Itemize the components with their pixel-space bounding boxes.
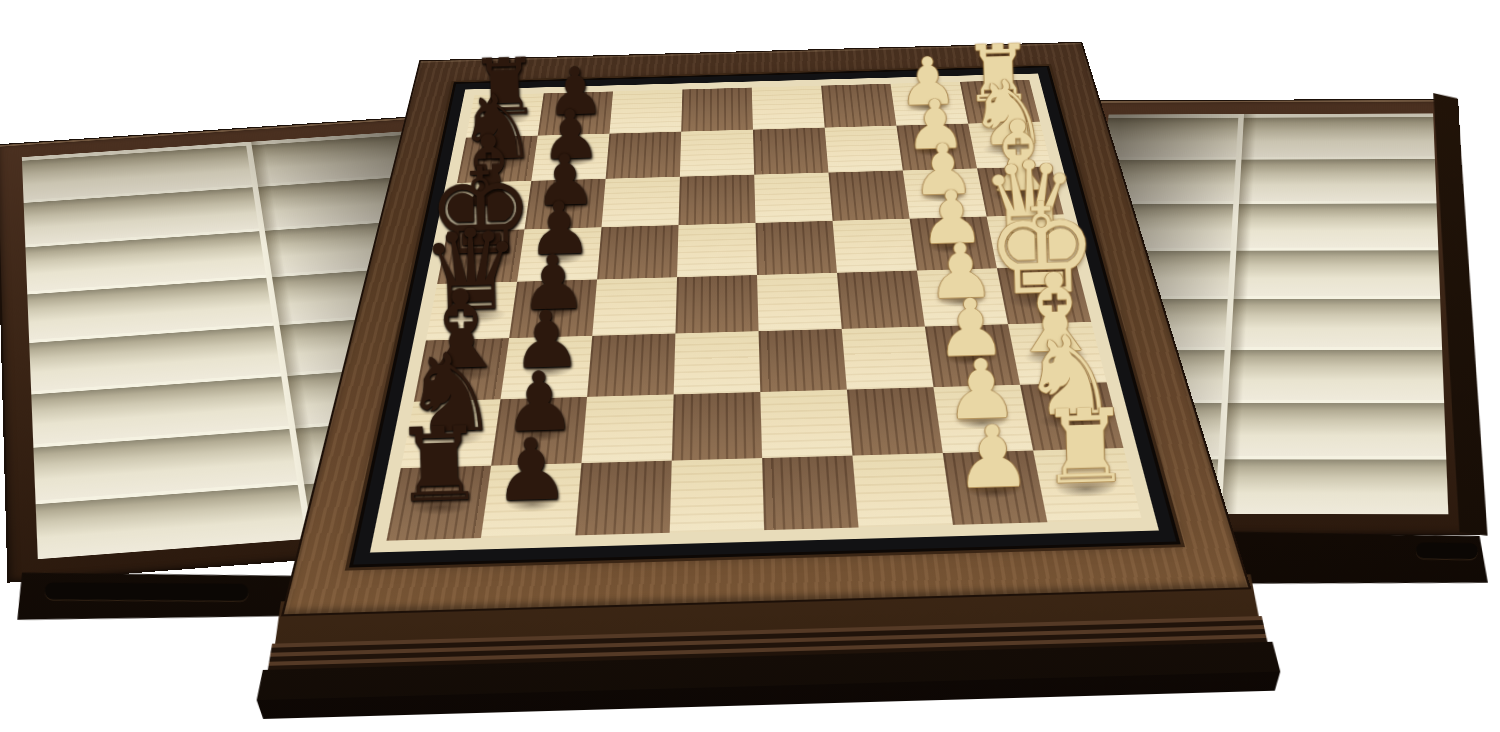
square-c1[interactable]	[977, 166, 1064, 216]
square-e4[interactable]	[757, 273, 842, 331]
square-e3[interactable]	[837, 271, 925, 329]
square-d3[interactable]	[833, 219, 917, 273]
square-a5[interactable]	[681, 88, 753, 132]
square-c6[interactable]	[602, 177, 680, 228]
square-g5[interactable]	[672, 392, 762, 461]
square-f5[interactable]	[674, 331, 761, 394]
square-c7[interactable]	[524, 179, 605, 230]
square-d7[interactable]	[517, 227, 601, 281]
square-h5[interactable]	[670, 458, 764, 533]
square-g7[interactable]	[491, 397, 587, 466]
board-scene	[0, 0, 1500, 732]
square-f3[interactable]	[842, 327, 934, 390]
square-g4[interactable]	[760, 390, 852, 459]
square-b5[interactable]	[680, 130, 754, 177]
camera-tilt-wrapper: ♜♟♟♜♞♟♟♞♝♟♟♝♚♟♟♛♛♟♟♚♝♟♟♝♞♟♟♞♜♟♟♜	[0, 0, 1500, 732]
square-f8[interactable]	[414, 338, 509, 402]
square-g8[interactable]	[401, 399, 501, 468]
square-a6[interactable]	[609, 90, 682, 134]
chess-board	[281, 42, 1252, 617]
product-photo-chess-set: ♜♟♟♜♞♟♟♞♝♟♟♝♚♟♟♛♛♟♟♚♝♟♟♝♞♟♟♞♜♟♟♜	[0, 0, 1500, 732]
board-grid	[386, 80, 1141, 541]
square-d1[interactable]	[987, 214, 1077, 268]
square-a8[interactable]	[466, 93, 544, 137]
square-g2[interactable]	[933, 385, 1033, 453]
square-f7[interactable]	[500, 336, 592, 399]
square-b3[interactable]	[825, 126, 903, 173]
square-g3[interactable]	[847, 387, 943, 455]
square-c2[interactable]	[903, 168, 987, 218]
square-e6[interactable]	[592, 277, 677, 336]
square-d5[interactable]	[677, 223, 757, 277]
square-b8[interactable]	[457, 136, 538, 183]
board-black-border	[353, 67, 1176, 564]
square-b7[interactable]	[531, 134, 609, 181]
square-c5[interactable]	[679, 175, 756, 225]
square-h4[interactable]	[762, 456, 858, 531]
square-b2[interactable]	[896, 124, 977, 171]
square-d2[interactable]	[910, 217, 997, 271]
square-d6[interactable]	[597, 225, 678, 279]
square-a4[interactable]	[752, 86, 825, 130]
square-e2[interactable]	[917, 268, 1008, 326]
square-f6[interactable]	[587, 333, 675, 396]
square-a1[interactable]	[960, 80, 1040, 124]
square-f4[interactable]	[759, 329, 847, 392]
square-e5[interactable]	[675, 275, 758, 333]
square-f2[interactable]	[925, 324, 1020, 387]
square-a3[interactable]	[821, 84, 896, 128]
square-h7[interactable]	[481, 463, 582, 538]
square-e7[interactable]	[509, 279, 597, 338]
square-e8[interactable]	[426, 282, 517, 341]
square-h1[interactable]	[1033, 448, 1142, 522]
square-b6[interactable]	[606, 132, 682, 179]
square-a2[interactable]	[890, 82, 968, 126]
square-h8[interactable]	[386, 466, 491, 541]
square-d4[interactable]	[756, 221, 837, 275]
square-b1[interactable]	[968, 122, 1051, 169]
square-h2[interactable]	[943, 451, 1048, 525]
square-g6[interactable]	[581, 394, 673, 463]
square-d8[interactable]	[437, 229, 524, 284]
square-c3[interactable]	[828, 170, 909, 220]
square-g1[interactable]	[1020, 382, 1123, 450]
square-c8[interactable]	[447, 181, 531, 232]
square-c4[interactable]	[754, 173, 832, 223]
square-e1[interactable]	[997, 266, 1091, 324]
square-f1[interactable]	[1008, 322, 1107, 385]
board-maple-margin	[370, 74, 1159, 553]
square-b4[interactable]	[753, 128, 829, 175]
square-a7[interactable]	[538, 91, 613, 135]
square-h6[interactable]	[575, 461, 671, 536]
square-h3[interactable]	[852, 453, 953, 527]
